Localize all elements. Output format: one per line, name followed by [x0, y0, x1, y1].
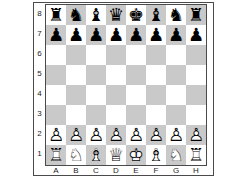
square-a7[interactable]: ♟: [46, 25, 66, 45]
white-pawn-icon-c2[interactable]: ♟♙: [86, 125, 106, 145]
square-g4[interactable]: [166, 85, 186, 105]
black-bishop-icon-c8[interactable]: ♝: [86, 5, 106, 25]
white-knight-icon-b1[interactable]: ♞♘: [66, 145, 86, 165]
white-rook-icon-outline: ♖: [46, 145, 66, 165]
white-pawn-icon-outline: ♙: [146, 125, 166, 145]
rank-label-4: 4: [34, 84, 45, 104]
square-a6[interactable]: [46, 45, 66, 65]
white-pawn-icon-a2[interactable]: ♟♙: [46, 125, 66, 145]
square-h2[interactable]: ♟♙: [186, 125, 206, 145]
square-e2[interactable]: ♟♙: [126, 125, 146, 145]
black-pawn-icon-g7[interactable]: ♟: [166, 25, 186, 45]
file-label-a: A: [46, 166, 66, 175]
white-pawn-icon-h2[interactable]: ♟♙: [186, 125, 206, 145]
white-pawn-icon-outline: ♙: [106, 125, 126, 145]
square-b3[interactable]: [66, 105, 86, 125]
square-d3[interactable]: [106, 105, 126, 125]
white-pawn-icon-b2[interactable]: ♟♙: [66, 125, 86, 145]
black-pawn-icon-e7[interactable]: ♟: [126, 25, 146, 45]
square-g8[interactable]: ♞: [166, 5, 186, 25]
white-knight-icon-outline: ♘: [166, 145, 186, 165]
file-label-e: E: [126, 166, 146, 175]
white-pawn-icon-g2[interactable]: ♟♙: [166, 125, 186, 145]
white-rook-icon-a1[interactable]: ♜♖: [46, 145, 66, 165]
white-queen-icon-outline: ♕: [106, 145, 126, 165]
square-e1[interactable]: ♚♔: [126, 145, 146, 165]
square-d4[interactable]: [106, 85, 126, 105]
square-h5[interactable]: [186, 65, 206, 85]
rank-label-2: 2: [34, 124, 45, 144]
square-d1[interactable]: ♛♕: [106, 145, 126, 165]
square-g2[interactable]: ♟♙: [166, 125, 186, 145]
white-bishop-icon-outline: ♗: [146, 145, 166, 165]
square-d6[interactable]: [106, 45, 126, 65]
square-g7[interactable]: ♟: [166, 25, 186, 45]
white-pawn-icon-d2[interactable]: ♟♙: [106, 125, 126, 145]
chess-board[interactable]: ♜♞♝♛♚♝♞♜♟♟♟♟♟♟♟♟♟♙♟♙♟♙♟♙♟♙♟♙♟♙♟♙♜♖♞♘♝♗♛♕…: [45, 4, 207, 166]
white-pawn-icon-outline: ♙: [126, 125, 146, 145]
square-e5[interactable]: [126, 65, 146, 85]
square-f1[interactable]: ♝♗: [146, 145, 166, 165]
white-knight-icon-g1[interactable]: ♞♘: [166, 145, 186, 165]
square-c1[interactable]: ♝♗: [86, 145, 106, 165]
square-b4[interactable]: [66, 85, 86, 105]
square-c6[interactable]: [86, 45, 106, 65]
square-g5[interactable]: [166, 65, 186, 85]
rank-label-6: 6: [34, 44, 45, 64]
square-f6[interactable]: [146, 45, 166, 65]
chess-diagram-canvas: 87654321 ♜♞♝♛♚♝♞♜♟♟♟♟♟♟♟♟♟♙♟♙♟♙♟♙♟♙♟♙♟♙♟…: [0, 0, 250, 180]
black-pawn-icon-f7[interactable]: ♟: [146, 25, 166, 45]
white-queen-icon-d1[interactable]: ♛♕: [106, 145, 126, 165]
rank-label-8: 8: [34, 4, 45, 24]
white-pawn-icon-e2[interactable]: ♟♙: [126, 125, 146, 145]
square-h6[interactable]: [186, 45, 206, 65]
file-label-c: C: [86, 166, 106, 175]
square-h4[interactable]: [186, 85, 206, 105]
square-f4[interactable]: [146, 85, 166, 105]
square-b6[interactable]: [66, 45, 86, 65]
white-king-icon-e1[interactable]: ♚♔: [126, 145, 146, 165]
square-d7[interactable]: ♟: [106, 25, 126, 45]
black-pawn-icon-h7[interactable]: ♟: [186, 25, 206, 45]
rank-labels: 87654321: [34, 4, 45, 164]
white-bishop-icon-f1[interactable]: ♝♗: [146, 145, 166, 165]
black-rook-icon-a8[interactable]: ♜: [46, 5, 66, 25]
rank-label-3: 3: [34, 104, 45, 124]
white-pawn-icon-outline: ♙: [66, 125, 86, 145]
black-knight-icon-g8[interactable]: ♞: [166, 5, 186, 25]
square-b7[interactable]: ♟: [66, 25, 86, 45]
square-f2[interactable]: ♟♙: [146, 125, 166, 145]
square-c2[interactable]: ♟♙: [86, 125, 106, 145]
square-g6[interactable]: [166, 45, 186, 65]
black-pawn-icon-c7[interactable]: ♟: [86, 25, 106, 45]
white-bishop-icon-c1[interactable]: ♝♗: [86, 145, 106, 165]
square-h3[interactable]: [186, 105, 206, 125]
black-queen-icon-d8[interactable]: ♛: [106, 5, 126, 25]
file-label-d: D: [106, 166, 126, 175]
rank-label-7: 7: [34, 24, 45, 44]
square-h7[interactable]: ♟: [186, 25, 206, 45]
file-label-g: G: [166, 166, 186, 175]
square-e8[interactable]: ♚: [126, 5, 146, 25]
square-c4[interactable]: [86, 85, 106, 105]
white-bishop-icon-outline: ♗: [86, 145, 106, 165]
black-rook-icon-h8[interactable]: ♜: [186, 5, 206, 25]
square-a4[interactable]: [46, 85, 66, 105]
white-pawn-icon-outline: ♙: [166, 125, 186, 145]
square-e7[interactable]: ♟: [126, 25, 146, 45]
square-a5[interactable]: [46, 65, 66, 85]
white-rook-icon-h1[interactable]: ♜♖: [186, 145, 206, 165]
file-labels: ABCDEFGH: [46, 166, 206, 175]
square-c5[interactable]: [86, 65, 106, 85]
chess-diagram-panel: 87654321 ♜♞♝♛♚♝♞♜♟♟♟♟♟♟♟♟♟♙♟♙♟♙♟♙♟♙♟♙♟♙♟…: [33, 2, 214, 176]
white-knight-icon-outline: ♘: [66, 145, 86, 165]
white-king-icon-outline: ♔: [126, 145, 146, 165]
square-g1[interactable]: ♞♘: [166, 145, 186, 165]
white-pawn-icon-f2[interactable]: ♟♙: [146, 125, 166, 145]
rank-label-5: 5: [34, 64, 45, 84]
black-pawn-icon-d7[interactable]: ♟: [106, 25, 126, 45]
rank-label-1: 1: [34, 144, 45, 164]
square-a1[interactable]: ♜♖: [46, 145, 66, 165]
square-c8[interactable]: ♝: [86, 5, 106, 25]
square-a3[interactable]: [46, 105, 66, 125]
black-pawn-icon-b7[interactable]: ♟: [66, 25, 86, 45]
square-e4[interactable]: [126, 85, 146, 105]
white-rook-icon-outline: ♖: [186, 145, 206, 165]
square-f8[interactable]: ♝: [146, 5, 166, 25]
square-c7[interactable]: ♟: [86, 25, 106, 45]
square-c3[interactable]: [86, 105, 106, 125]
file-label-b: B: [66, 166, 86, 175]
square-d2[interactable]: ♟♙: [106, 125, 126, 145]
white-pawn-icon-outline: ♙: [186, 125, 206, 145]
square-f3[interactable]: [146, 105, 166, 125]
square-h1[interactable]: ♜♖: [186, 145, 206, 165]
black-pawn-icon-a7[interactable]: ♟: [46, 25, 66, 45]
square-f7[interactable]: ♟: [146, 25, 166, 45]
black-knight-icon-b8[interactable]: ♞: [66, 5, 86, 25]
square-h8[interactable]: ♜: [186, 5, 206, 25]
square-d5[interactable]: [106, 65, 126, 85]
square-a8[interactable]: ♜: [46, 5, 66, 25]
square-e3[interactable]: [126, 105, 146, 125]
square-b2[interactable]: ♟♙: [66, 125, 86, 145]
file-label-f: F: [146, 166, 166, 175]
white-pawn-icon-outline: ♙: [46, 125, 66, 145]
square-d8[interactable]: ♛: [106, 5, 126, 25]
square-b5[interactable]: [66, 65, 86, 85]
black-bishop-icon-f8[interactable]: ♝: [146, 5, 166, 25]
file-label-h: H: [186, 166, 206, 175]
black-king-icon-e8[interactable]: ♚: [126, 5, 146, 25]
square-a2[interactable]: ♟♙: [46, 125, 66, 145]
square-g3[interactable]: [166, 105, 186, 125]
square-b8[interactable]: ♞: [66, 5, 86, 25]
square-b1[interactable]: ♞♘: [66, 145, 86, 165]
square-f5[interactable]: [146, 65, 166, 85]
square-e6[interactable]: [126, 45, 146, 65]
white-pawn-icon-outline: ♙: [86, 125, 106, 145]
